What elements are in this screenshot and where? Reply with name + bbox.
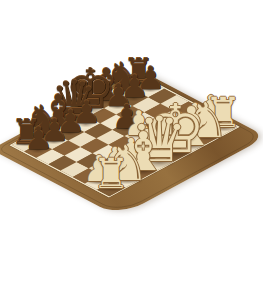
chess-set-product-photo: ♜♞♝♛♚♝♞♜♟♟♟♟♟♟♟♟♟♟♟♟♟♟♟♟♜♞♝♛♚♝♞♜ xyxy=(0,0,263,300)
piece-black-pawn-a7[interactable]: ♟ xyxy=(24,123,52,154)
pieces-layer: ♜♞♝♛♚♝♞♜♟♟♟♟♟♟♟♟♟♟♟♟♟♟♟♟♜♞♝♛♚♝♞♜ xyxy=(0,0,263,300)
piece-white-rook-a1[interactable]: ♜ xyxy=(93,153,130,195)
